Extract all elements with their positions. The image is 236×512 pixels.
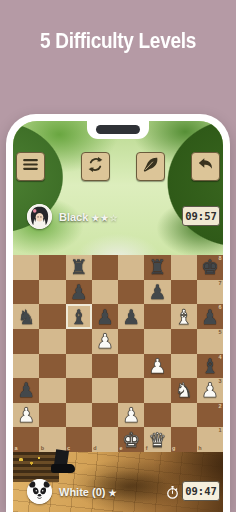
piece-black-rook: ♜ [148,257,166,277]
refresh-icon [86,155,105,178]
piece-black-rook: ♜ [70,257,88,277]
square-h1[interactable]: 1h [197,427,223,452]
square-c4[interactable] [66,354,92,379]
file-label-d: d [93,446,96,452]
rank-label-4: 4 [218,355,221,361]
black-stars-filled: ★★ [91,213,109,223]
piece-black-pawn: ♟ [201,307,219,327]
square-h2[interactable]: 2 [197,403,223,428]
square-b4[interactable] [39,354,65,379]
white-stars-filled: ★ [109,488,118,498]
square-b8[interactable] [39,255,65,280]
square-f2[interactable] [144,403,170,428]
white-clock: 09:47 [182,481,220,501]
square-a7[interactable] [13,280,39,305]
piece-black-pawn: ♟ [96,307,114,327]
menu-icon [21,155,40,178]
camera-pill [96,125,140,134]
white-avatar-panda [27,479,52,504]
white-name-text: White (0) [59,486,105,498]
square-b2[interactable] [39,403,65,428]
black-difficulty-stars: ★★☆ [91,213,118,223]
file-label-b: b [41,446,44,452]
square-b1[interactable]: b [39,427,65,452]
piece-black-bishop: ♝ [70,307,88,327]
square-e5[interactable] [118,329,144,354]
black-name-text: Black [59,211,88,223]
square-c5[interactable] [66,329,92,354]
file-label-e: e [120,446,123,452]
stopwatch-icon [165,485,180,500]
file-label-g: g [172,446,175,452]
rank-label-5: 5 [218,330,221,336]
square-d2[interactable] [92,403,118,428]
rank-label-7: 7 [218,281,221,287]
notch-island [87,121,149,139]
square-c8[interactable]: ♜ [66,255,92,280]
rank-label-8: 8 [218,256,221,262]
square-c2[interactable] [66,403,92,428]
piece-black-bishop: ♝ [201,356,219,376]
square-c1[interactable]: c [66,427,92,452]
square-d4[interactable] [92,354,118,379]
square-g2[interactable] [171,403,197,428]
square-g4[interactable] [171,354,197,379]
rank-label-3: 3 [218,379,221,385]
square-h6[interactable]: ♟6 [197,304,223,329]
square-c6[interactable]: ♝ [66,304,92,329]
file-label-f: f [146,446,148,452]
square-d7[interactable] [92,280,118,305]
square-b7[interactable] [39,280,65,305]
piece-black-pawn: ♟ [148,282,166,302]
square-e7[interactable] [118,280,144,305]
square-h3[interactable]: ♟3 [197,378,223,403]
page-title: 5 Difficulty Levels [0,29,236,54]
restart-button[interactable] [81,152,110,181]
notation-button[interactable] [136,152,165,181]
rank-label-6: 6 [218,305,221,311]
piece-white-pawn: ♟ [148,356,166,376]
flowers [15,454,45,468]
piece-white-king: ♚ [122,430,140,450]
app-store-screenshot: 5 Difficulty Levels [0,0,236,512]
square-e4[interactable] [118,354,144,379]
square-h4[interactable]: ♝4 [197,354,223,379]
piece-black-pawn: ♟ [122,307,140,327]
black-stars-dim: ☆ [110,213,119,223]
feather-icon [141,155,160,178]
rank-label-1: 1 [218,428,221,434]
square-f4[interactable]: ♟ [144,354,170,379]
piece-black-king: ♚ [201,257,219,277]
square-e6[interactable]: ♟ [118,304,144,329]
square-d5[interactable]: ♟ [92,329,118,354]
square-b3[interactable] [39,378,65,403]
square-b5[interactable] [39,329,65,354]
white-player-row: White (0) ★ 09:47 [13,479,223,507]
chess-board: ♜♜♚8♟♟7♞♝♟♟♝♟6♟5♟♝4♟♞♟3♟♟2abcd♚e♛fg1h [13,255,223,452]
square-d3[interactable] [92,378,118,403]
forest-background [13,121,223,255]
file-label-h: h [198,446,201,452]
square-c3[interactable] [66,378,92,403]
piece-black-knight: ♞ [17,307,35,327]
square-h7[interactable]: 7 [197,280,223,305]
white-player-name: White (0) ★ [59,486,118,498]
piece-white-pawn: ♟ [17,405,35,425]
piece-black-pawn: ♟ [17,380,35,400]
square-f1[interactable]: ♛f [144,427,170,452]
piece-white-pawn: ♟ [96,331,114,351]
square-d1[interactable]: d [92,427,118,452]
file-label-a: a [15,446,18,452]
square-f8[interactable]: ♜ [144,255,170,280]
black-avatar [27,204,52,229]
square-c7[interactable]: ♟ [66,280,92,305]
phone-mockup: Black ★★☆ 09:57 ♜♜♚8♟♟7♞♝♟♟♝♟6♟5♟♝4♟♞♟3♟… [6,114,230,512]
square-g5[interactable] [171,329,197,354]
undo-icon [196,155,215,178]
square-g6[interactable]: ♝ [171,304,197,329]
piece-white-bishop: ♝ [175,307,193,327]
square-h8[interactable]: ♚8 [197,255,223,280]
phone-screen: Black ★★☆ 09:57 ♜♜♚8♟♟7♞♝♟♟♝♟6♟5♟♝4♟♞♟3♟… [13,121,223,512]
square-f7[interactable]: ♟ [144,280,170,305]
square-d6[interactable]: ♟ [92,304,118,329]
square-a5[interactable] [13,329,39,354]
menu-button[interactable] [16,152,45,181]
black-clock: 09:57 [182,206,220,226]
square-e3[interactable] [118,378,144,403]
square-g1[interactable]: g [171,427,197,452]
piece-white-pawn: ♟ [201,380,219,400]
square-f6[interactable] [144,304,170,329]
square-e1[interactable]: ♚e [118,427,144,452]
piece-black-pawn: ♟ [70,282,88,302]
square-g3[interactable]: ♞ [171,378,197,403]
square-h5[interactable]: 5 [197,329,223,354]
square-f5[interactable] [144,329,170,354]
piece-white-pawn: ♟ [122,405,140,425]
piece-white-queen: ♛ [148,430,166,450]
square-a2[interactable]: ♟ [13,403,39,428]
square-b6[interactable] [39,304,65,329]
square-a3[interactable]: ♟ [13,378,39,403]
black-player-row: Black ★★☆ 09:57 [13,204,223,232]
square-a1[interactable]: a [13,427,39,452]
square-f3[interactable] [144,378,170,403]
person-shoe [51,464,75,473]
square-a4[interactable] [13,354,39,379]
white-score-star: ★ [109,488,118,498]
square-e8[interactable] [118,255,144,280]
rank-label-2: 2 [218,404,221,410]
square-d8[interactable] [92,255,118,280]
piece-white-knight: ♞ [175,380,193,400]
undo-button[interactable] [191,152,220,181]
black-player-name: Black ★★☆ [59,211,119,223]
square-g8[interactable] [171,255,197,280]
square-a8[interactable] [13,255,39,280]
square-a6[interactable]: ♞ [13,304,39,329]
square-e2[interactable]: ♟ [118,403,144,428]
square-g7[interactable] [171,280,197,305]
